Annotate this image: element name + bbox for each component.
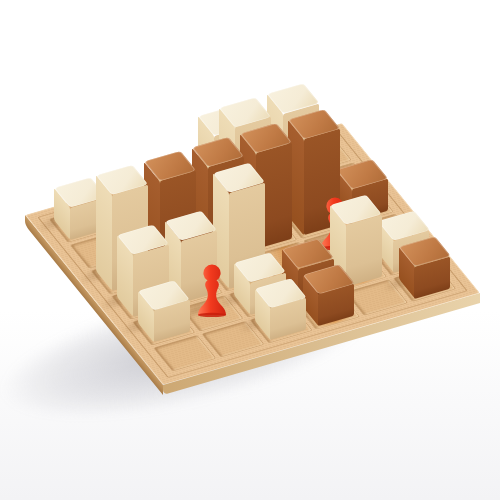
photo-scene [0, 0, 500, 500]
red-pawn-shape [194, 263, 230, 317]
pieces-layer [0, 0, 500, 500]
tower-right-face [346, 214, 382, 287]
